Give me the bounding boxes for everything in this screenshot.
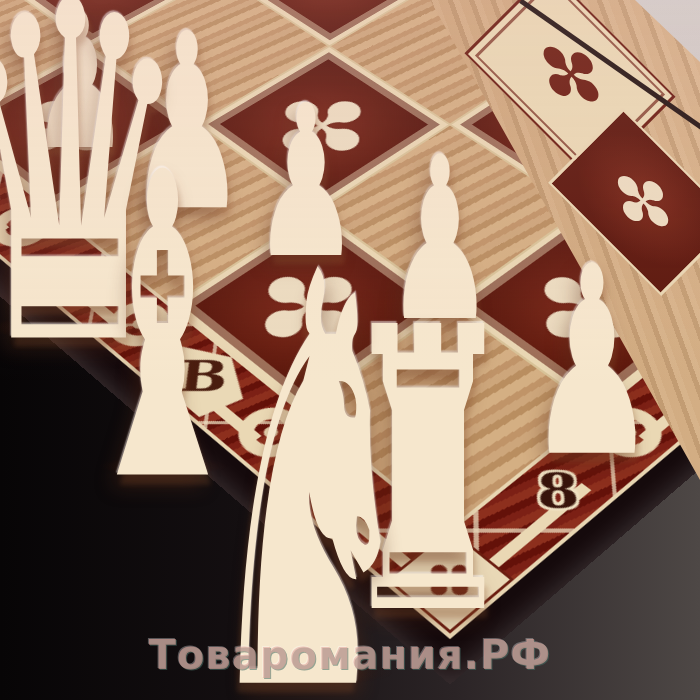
watermark-text: Товаромания.РФ [130, 632, 570, 678]
quatrefoil-ornament-icon: ✤ [519, 24, 621, 126]
chessboard-photo: ✤ ✤ ✤ ✤ ABCDEFGH 87654321 ✤✤✤✤✤✤✤✤✤✤✤✤✤✤… [0, 0, 700, 700]
white-pawn-a7: ♟ [520, 231, 665, 492]
white-knight-b8: ♞ [187, 202, 433, 700]
